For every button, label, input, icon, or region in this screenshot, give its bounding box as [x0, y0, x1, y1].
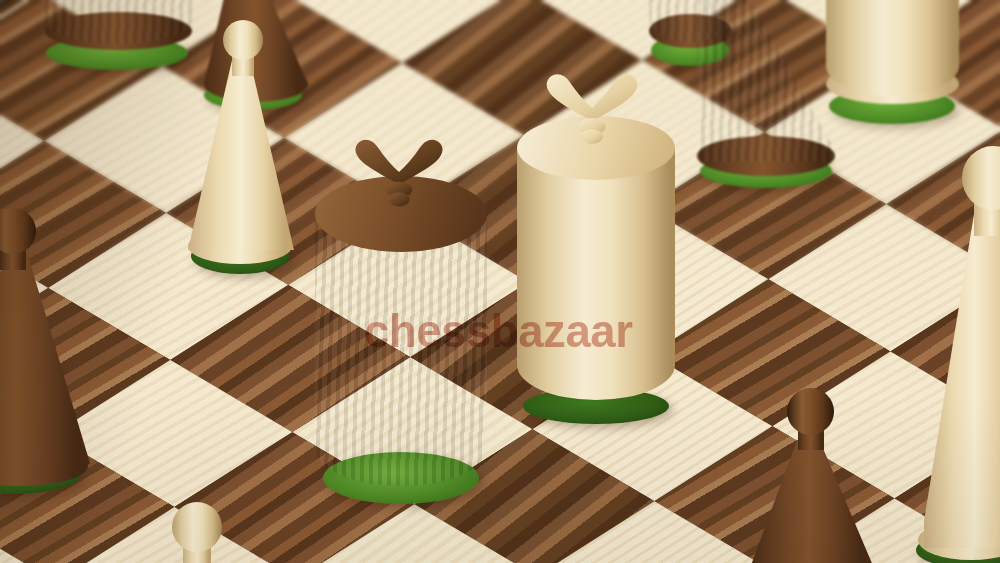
light-king	[515, 62, 675, 426]
dark-rook-top-left	[43, 0, 193, 72]
pawn-ball	[787, 388, 834, 435]
pawn-ball	[0, 208, 36, 254]
pawn-ball	[172, 502, 222, 552]
dark-king	[313, 122, 489, 514]
queen-ball	[962, 146, 1000, 210]
king-cylinder	[517, 148, 675, 400]
dark-pawn-left-edge	[0, 208, 92, 494]
pawn-ball	[223, 20, 263, 60]
dark-pawn-bottom-right	[750, 388, 874, 563]
king-antler-finial	[533, 62, 651, 154]
king-antler-finial	[346, 122, 452, 222]
light-rook-top-right	[826, 0, 959, 128]
light-pawn-bottom-edge	[171, 501, 223, 563]
dark-bishop-top-right	[697, 0, 835, 195]
light-queen-right-edge	[916, 146, 1000, 563]
product-photo-stage: chessbazaar	[0, 0, 1000, 563]
light-pawn-top-left	[188, 18, 294, 268]
king-cylinder	[315, 214, 487, 486]
